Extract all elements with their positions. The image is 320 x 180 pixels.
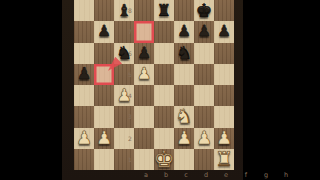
square-d2[interactable] [134, 128, 154, 149]
square-f2[interactable]: ♟ [174, 128, 194, 149]
square-a5[interactable]: ♟ [74, 64, 94, 85]
square-h3[interactable] [214, 106, 234, 127]
square-b8[interactable] [94, 0, 114, 21]
rank-label-3: 3 [125, 106, 135, 127]
square-a3[interactable] [74, 106, 94, 127]
square-f8[interactable] [174, 0, 194, 21]
square-d1[interactable] [134, 149, 154, 170]
square-h7[interactable]: ♟ [214, 21, 234, 42]
square-h8[interactable] [214, 0, 234, 21]
file-label-d: d [196, 170, 216, 180]
square-a4[interactable] [74, 85, 94, 106]
file-label-h: h [276, 170, 296, 180]
square-h2[interactable]: ♟ [214, 128, 234, 149]
square-e8[interactable]: ♜ [154, 0, 174, 21]
square-d6[interactable]: ♟ [134, 43, 154, 64]
square-c4[interactable]: ♟ [114, 85, 134, 106]
square-b2[interactable]: ♟ [94, 128, 114, 149]
square-d8[interactable] [134, 0, 154, 21]
square-b7[interactable]: ♟ [94, 21, 114, 42]
square-d3[interactable] [134, 106, 154, 127]
square-d4[interactable] [134, 85, 154, 106]
square-h4[interactable] [214, 85, 234, 106]
letterbox-left [0, 0, 62, 180]
board-frame: 87654321 abcdefgh ♝♜♚♟♟♟♟♞♟♞♟♟♟♞♟♟♟♟♟♚♜ [62, 0, 243, 180]
square-f5[interactable] [174, 64, 194, 85]
square-c8[interactable]: ♝ [114, 0, 134, 21]
square-a2[interactable]: ♟ [74, 128, 94, 149]
square-a6[interactable] [74, 43, 94, 64]
rank-label-1: 1 [125, 149, 135, 170]
square-f7[interactable]: ♟ [174, 21, 194, 42]
square-e3[interactable] [154, 106, 174, 127]
square-g6[interactable] [194, 43, 214, 64]
square-g4[interactable] [194, 85, 214, 106]
rank-label-2: 2 [125, 128, 135, 149]
square-g5[interactable] [194, 64, 214, 85]
square-g3[interactable] [194, 106, 214, 127]
square-b3[interactable] [94, 106, 114, 127]
square-b6[interactable] [94, 43, 114, 64]
square-g1[interactable] [194, 149, 214, 170]
square-f3[interactable]: ♞ [174, 106, 194, 127]
square-h5[interactable] [214, 64, 234, 85]
square-a7[interactable] [74, 21, 94, 42]
square-a8[interactable] [74, 0, 94, 21]
square-h6[interactable] [214, 43, 234, 64]
square-e7[interactable] [154, 21, 174, 42]
file-label-e: e [216, 170, 236, 180]
rank-label-5: 5 [125, 64, 135, 85]
square-b4[interactable] [94, 85, 114, 106]
file-label-g: g [256, 170, 276, 180]
square-a1[interactable] [74, 149, 94, 170]
square-d5[interactable]: ♟ [134, 64, 154, 85]
highlight-square-d7 [134, 21, 154, 42]
square-d7[interactable] [134, 21, 154, 42]
file-label-f: f [236, 170, 256, 180]
chess-app-screenshot: 87654321 abcdefgh ♝♜♚♟♟♟♟♞♟♞♟♟♟♞♟♟♟♟♟♚♜ [0, 0, 320, 180]
square-f4[interactable] [174, 85, 194, 106]
chess-board[interactable]: ♝♜♚♟♟♟♟♞♟♞♟♟♟♞♟♟♟♟♟♚♜ [74, 0, 234, 170]
square-g8[interactable]: ♚ [194, 0, 214, 21]
square-h1[interactable]: ♜ [214, 149, 234, 170]
square-f1[interactable] [174, 149, 194, 170]
square-e5[interactable] [154, 64, 174, 85]
file-label-a: a [136, 170, 156, 180]
letterbox-right [243, 0, 320, 180]
square-e4[interactable] [154, 85, 174, 106]
square-b1[interactable] [94, 149, 114, 170]
file-label-c: c [176, 170, 196, 180]
square-e6[interactable] [154, 43, 174, 64]
square-g2[interactable]: ♟ [194, 128, 214, 149]
square-e1[interactable]: ♚ [154, 149, 174, 170]
square-g7[interactable]: ♟ [194, 21, 214, 42]
square-f6[interactable]: ♞ [174, 43, 194, 64]
